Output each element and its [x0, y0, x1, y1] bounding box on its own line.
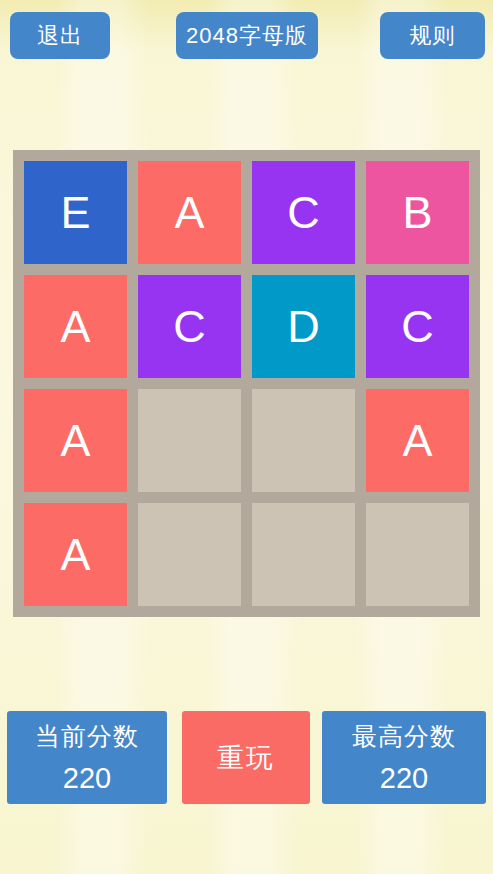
best-score-value: 220 [380, 762, 428, 795]
empty-cell-r3c3 [252, 389, 355, 492]
tile-d-r2c3: D [252, 275, 355, 378]
tile-c-r1c3: C [252, 161, 355, 264]
empty-cell-r4c2 [138, 503, 241, 606]
game-title-button[interactable]: 2048字母版 [176, 12, 318, 59]
game-board[interactable]: EACBACDCAAA [13, 150, 480, 617]
best-score-label: 最高分数 [352, 720, 456, 753]
replay-button[interactable]: 重玩 [182, 711, 310, 804]
tile-e-r1c1: E [24, 161, 127, 264]
tile-c-r2c4: C [366, 275, 469, 378]
tile-c-r2c2: C [138, 275, 241, 378]
current-score-value: 220 [63, 762, 111, 795]
empty-cell-r4c3 [252, 503, 355, 606]
tile-a-r1c2: A [138, 161, 241, 264]
tile-a-r4c1: A [24, 503, 127, 606]
game-title-label: 2048字母版 [186, 21, 308, 51]
rules-button[interactable]: 规则 [380, 12, 485, 59]
current-score-label: 当前分数 [35, 720, 139, 753]
tile-a-r3c4: A [366, 389, 469, 492]
tile-b-r1c4: B [366, 161, 469, 264]
empty-cell-r3c2 [138, 389, 241, 492]
tile-a-r2c1: A [24, 275, 127, 378]
empty-cell-r4c4 [366, 503, 469, 606]
exit-button[interactable]: 退出 [10, 12, 110, 59]
rules-button-label: 规则 [410, 21, 456, 51]
current-score-box: 当前分数 220 [7, 711, 167, 804]
best-score-box: 最高分数 220 [322, 711, 486, 804]
exit-button-label: 退出 [37, 21, 83, 51]
tile-a-r3c1: A [24, 389, 127, 492]
replay-button-label: 重玩 [217, 740, 275, 776]
